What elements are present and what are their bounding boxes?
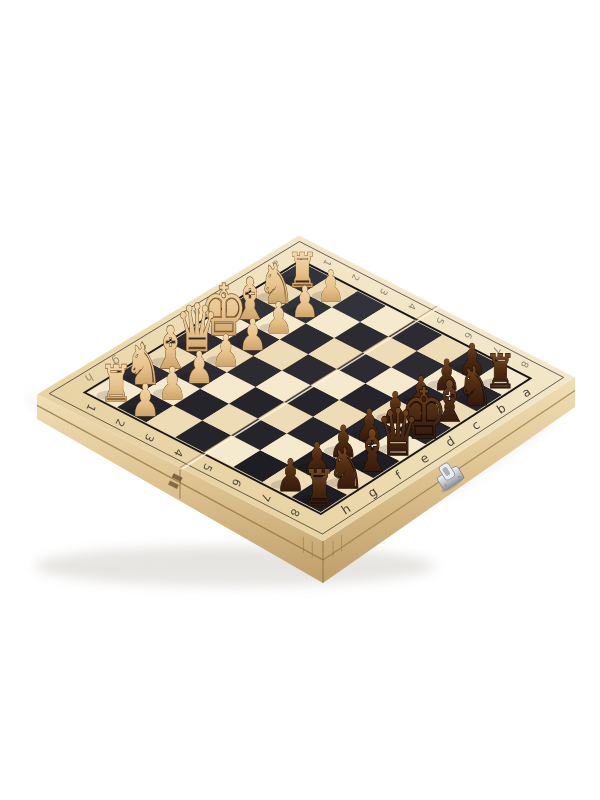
piece-white-rook-h1: ♜ [100, 355, 133, 413]
piece-white-pawn-f2: ♟ [184, 342, 213, 393]
piece-black-pawn-h7: ♟ [276, 450, 306, 501]
chess-set-photo: 12345678hgfedcba12345678hgfedcba♜♟♞♟♝♟♚♟… [0, 0, 600, 800]
piece-white-pawn-e2: ♟ [211, 325, 240, 376]
piece-black-rook-h8: ♜ [303, 460, 336, 517]
piece-white-pawn-a2: ♟ [316, 261, 344, 311]
piece-white-pawn-h2: ♟ [130, 374, 160, 426]
piece-white-pawn-b2: ♟ [290, 277, 319, 327]
piece-white-pawn-d2: ♟ [238, 309, 267, 360]
piece-white-pawn-c2: ♟ [264, 294, 293, 344]
piece-white-pawn-g2: ♟ [158, 358, 188, 409]
product-photo: 12345678hgfedcba12345678hgfedcba♜♟♞♟♝♟♚♟… [0, 0, 600, 800]
